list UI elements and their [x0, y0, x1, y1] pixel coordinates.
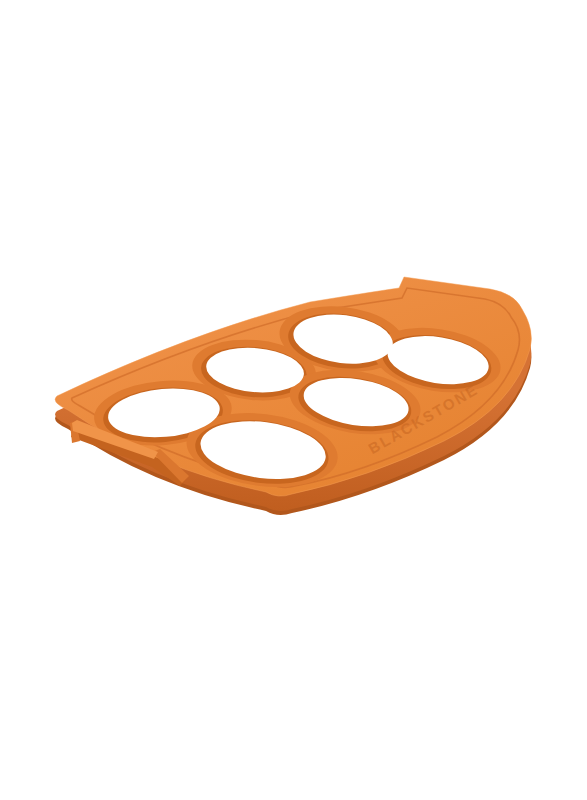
egg-tray-illustration: BLACKSTONE	[0, 0, 587, 800]
product-photo: BLACKSTONE	[0, 0, 587, 800]
egg-tray: BLACKSTONE	[55, 277, 531, 515]
